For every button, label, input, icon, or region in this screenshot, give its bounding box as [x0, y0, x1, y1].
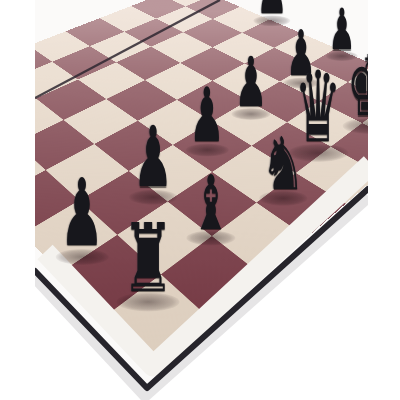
- chessboard-photo: ♟♟♟♚♟♛♟♞♟♝♟♜: [35, 0, 368, 400]
- product-photo-page: ♟♟♟♚♟♛♟♞♟♝♟♜: [0, 0, 400, 400]
- board-squares: [35, 0, 368, 372]
- chess-board: [35, 0, 368, 372]
